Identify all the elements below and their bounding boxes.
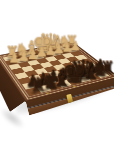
board-scene: ♜♞♝♚♛♝♞♜♟♟♟♟♟♟♟♟♟♟♟♟♟♟♟♟♜♞♝♚♛♝♞♜ bbox=[0, 0, 114, 144]
product-photo: ♜♞♝♚♛♝♞♜♟♟♟♟♟♟♟♟♟♟♟♟♟♟♟♟♜♞♝♚♛♝♞♜ bbox=[0, 0, 114, 144]
brass-pin bbox=[73, 86, 76, 88]
chess-board: ♜♞♝♚♛♝♞♜♟♟♟♟♟♟♟♟♟♟♟♟♟♟♟♟♜♞♝♚♛♝♞♜ bbox=[0, 42, 114, 101]
square-h8: ♜ bbox=[26, 87, 41, 95]
square-g6 bbox=[28, 75, 42, 82]
brass-pin bbox=[46, 92, 49, 94]
piece-black-pawn: ♟ bbox=[94, 58, 104, 73]
piece-white-rook: ♜ bbox=[65, 34, 74, 48]
chess-board-squares: ♜♞♝♚♛♝♞♜♟♟♟♟♟♟♟♟♟♟♟♟♟♟♟♟♜♞♝♚♛♝♞♜ bbox=[3, 44, 110, 95]
